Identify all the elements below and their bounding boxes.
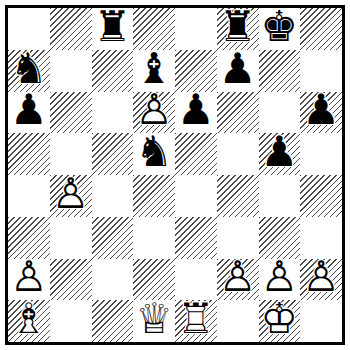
square-b1[interactable] [50, 300, 92, 342]
white-queen-d1: ♛♕ [133, 300, 175, 342]
black-knight-d5: ♞♞ [133, 133, 175, 175]
square-a6[interactable]: ♟♟ [8, 92, 50, 134]
piece-glyph-layer: ♕ [135, 298, 173, 340]
square-b6[interactable] [50, 92, 92, 134]
piece-glyph-layer: ♝ [135, 48, 173, 90]
square-c7[interactable] [92, 50, 134, 92]
square-h8[interactable] [300, 8, 342, 50]
piece-glyph-layer: ♙ [135, 90, 173, 132]
piece-glyph-layer: ♞ [135, 131, 173, 173]
square-e1[interactable]: ♜♖ [175, 300, 217, 342]
square-d3[interactable] [133, 217, 175, 259]
square-f1[interactable] [217, 300, 259, 342]
square-h2[interactable]: ♟♙ [300, 259, 342, 301]
square-g4[interactable] [259, 175, 301, 217]
square-c6[interactable] [92, 92, 134, 134]
piece-glyph-layer: ♚ [261, 6, 299, 48]
square-g5[interactable]: ♟♟ [259, 133, 301, 175]
square-f6[interactable] [217, 92, 259, 134]
square-f4[interactable] [217, 175, 259, 217]
piece-glyph-layer: ♟ [261, 131, 299, 173]
square-b2[interactable] [50, 259, 92, 301]
square-b8[interactable] [50, 8, 92, 50]
square-e8[interactable] [175, 8, 217, 50]
square-a4[interactable] [8, 175, 50, 217]
square-g1[interactable]: ♚♔ [259, 300, 301, 342]
square-f5[interactable] [217, 133, 259, 175]
piece-glyph-layer: ♙ [219, 257, 257, 299]
square-d5[interactable]: ♞♞ [133, 133, 175, 175]
square-b3[interactable] [50, 217, 92, 259]
square-e3[interactable] [175, 217, 217, 259]
white-pawn-h2: ♟♙ [300, 259, 342, 301]
black-pawn-f7: ♟♟ [217, 50, 259, 92]
piece-glyph-layer: ♞ [10, 48, 48, 90]
square-c5[interactable] [92, 133, 134, 175]
piece-glyph-layer: ♔ [261, 298, 299, 340]
square-g7[interactable] [259, 50, 301, 92]
white-bishop-a1: ♝♗ [8, 300, 50, 342]
white-pawn-f2: ♟♙ [217, 259, 259, 301]
square-h4[interactable] [300, 175, 342, 217]
white-rook-e1: ♜♖ [175, 300, 217, 342]
square-b7[interactable] [50, 50, 92, 92]
square-c2[interactable] [92, 259, 134, 301]
square-c1[interactable] [92, 300, 134, 342]
black-pawn-a6: ♟♟ [8, 92, 50, 134]
square-c4[interactable] [92, 175, 134, 217]
piece-glyph-layer: ♟ [10, 90, 48, 132]
square-c3[interactable] [92, 217, 134, 259]
black-rook-c8: ♜♜ [92, 8, 134, 50]
square-a1[interactable]: ♝♗ [8, 300, 50, 342]
square-f7[interactable]: ♟♟ [217, 50, 259, 92]
square-f2[interactable]: ♟♙ [217, 259, 259, 301]
black-pawn-e6: ♟♟ [175, 92, 217, 134]
board-frame: ♜♜♜♜♚♚♞♞♝♝♟♟♟♟♟♙♟♟♟♟♞♞♟♟♟♙♟♙♟♙♟♙♟♙♝♗♛♕♜♖… [5, 5, 345, 345]
square-h6[interactable]: ♟♟ [300, 92, 342, 134]
piece-glyph-layer: ♗ [10, 298, 48, 340]
piece-glyph-layer: ♜ [219, 6, 257, 48]
square-e4[interactable] [175, 175, 217, 217]
square-h5[interactable] [300, 133, 342, 175]
piece-glyph-layer: ♙ [261, 257, 299, 299]
square-b4[interactable]: ♟♙ [50, 175, 92, 217]
piece-glyph-layer: ♙ [52, 173, 90, 215]
white-pawn-b4: ♟♙ [50, 175, 92, 217]
square-d1[interactable]: ♛♕ [133, 300, 175, 342]
piece-glyph-layer: ♟ [219, 48, 257, 90]
chess-diagram-page: ♜♜♜♜♚♚♞♞♝♝♟♟♟♟♟♙♟♟♟♟♞♞♟♟♟♙♟♙♟♙♟♙♟♙♝♗♛♕♜♖… [0, 0, 350, 350]
chess-board: ♜♜♜♜♚♚♞♞♝♝♟♟♟♟♟♙♟♟♟♟♞♞♟♟♟♙♟♙♟♙♟♙♟♙♝♗♛♕♜♖… [8, 8, 342, 342]
square-d4[interactable] [133, 175, 175, 217]
square-g8[interactable]: ♚♚ [259, 8, 301, 50]
piece-glyph-layer: ♙ [10, 257, 48, 299]
square-e6[interactable]: ♟♟ [175, 92, 217, 134]
piece-glyph-layer: ♙ [302, 257, 340, 299]
square-e5[interactable] [175, 133, 217, 175]
piece-glyph-layer: ♜ [94, 6, 132, 48]
square-h1[interactable] [300, 300, 342, 342]
square-c8[interactable]: ♜♜ [92, 8, 134, 50]
white-king-g1: ♚♔ [259, 300, 301, 342]
piece-glyph-layer: ♖ [177, 298, 215, 340]
black-king-g8: ♚♚ [259, 8, 301, 50]
square-a5[interactable] [8, 133, 50, 175]
black-pawn-g5: ♟♟ [259, 133, 301, 175]
piece-glyph-layer: ♟ [302, 90, 340, 132]
black-pawn-h6: ♟♟ [300, 92, 342, 134]
piece-glyph-layer: ♟ [177, 90, 215, 132]
